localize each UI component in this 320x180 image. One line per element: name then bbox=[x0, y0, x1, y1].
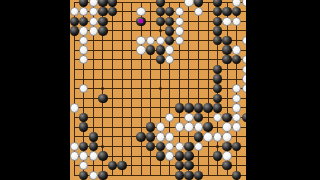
marked-last-move-stone bbox=[136, 17, 145, 26]
white-stone bbox=[79, 7, 88, 16]
black-stone bbox=[203, 122, 212, 131]
star-point bbox=[159, 87, 162, 90]
white-stone bbox=[232, 0, 241, 7]
white-stone bbox=[89, 151, 98, 160]
white-stone bbox=[222, 122, 231, 131]
black-stone bbox=[156, 151, 165, 160]
white-stone bbox=[232, 84, 241, 93]
white-stone bbox=[194, 7, 203, 16]
black-stone bbox=[165, 17, 174, 26]
black-stone bbox=[165, 26, 174, 35]
white-stone bbox=[175, 36, 184, 45]
white-stone bbox=[232, 17, 241, 26]
black-stone bbox=[136, 132, 145, 141]
black-stone bbox=[89, 132, 98, 141]
black-stone bbox=[213, 65, 222, 74]
letterbox-left bbox=[0, 0, 70, 180]
black-stone bbox=[98, 94, 107, 103]
black-stone bbox=[222, 113, 231, 122]
white-stone bbox=[136, 45, 145, 54]
black-stone bbox=[194, 0, 203, 7]
white-stone bbox=[175, 122, 184, 131]
black-stone bbox=[146, 132, 155, 141]
black-stone bbox=[89, 142, 98, 151]
black-stone bbox=[146, 45, 155, 54]
black-stone bbox=[232, 171, 241, 180]
white-stone bbox=[146, 36, 155, 45]
white-stone bbox=[70, 103, 79, 112]
last-move-square-mark bbox=[139, 19, 143, 23]
black-stone bbox=[213, 17, 222, 26]
star-point bbox=[159, 29, 162, 32]
white-stone bbox=[165, 142, 174, 151]
black-stone bbox=[213, 26, 222, 35]
black-stone bbox=[108, 0, 117, 7]
black-stone bbox=[232, 7, 241, 16]
black-stone bbox=[213, 151, 222, 160]
white-stone bbox=[175, 7, 184, 16]
white-stone bbox=[194, 122, 203, 131]
black-stone bbox=[184, 103, 193, 112]
white-stone bbox=[136, 7, 145, 16]
white-stone bbox=[232, 103, 241, 112]
black-stone bbox=[213, 74, 222, 83]
white-stone bbox=[222, 132, 231, 141]
white-stone bbox=[165, 113, 174, 122]
white-stone bbox=[184, 113, 193, 122]
black-stone bbox=[79, 122, 88, 131]
black-stone bbox=[194, 103, 203, 112]
black-stone bbox=[79, 171, 88, 180]
black-stone bbox=[213, 84, 222, 93]
white-stone bbox=[232, 45, 241, 54]
black-stone bbox=[194, 113, 203, 122]
white-stone bbox=[79, 55, 88, 64]
black-stone bbox=[222, 142, 231, 151]
black-stone bbox=[175, 103, 184, 112]
black-stone bbox=[222, 45, 231, 54]
grid-line-horizontal bbox=[74, 165, 246, 166]
black-stone bbox=[156, 142, 165, 151]
white-stone bbox=[232, 122, 241, 131]
white-stone bbox=[79, 151, 88, 160]
white-stone bbox=[175, 26, 184, 35]
black-stone bbox=[213, 94, 222, 103]
black-stone bbox=[213, 36, 222, 45]
black-stone bbox=[98, 26, 107, 35]
white-stone bbox=[89, 0, 98, 7]
white-stone bbox=[79, 161, 88, 170]
black-stone bbox=[156, 17, 165, 26]
white-stone bbox=[89, 7, 98, 16]
black-stone bbox=[117, 161, 126, 170]
star-point bbox=[101, 87, 104, 90]
black-stone bbox=[70, 26, 79, 35]
black-stone bbox=[108, 7, 117, 16]
black-stone bbox=[146, 142, 155, 151]
white-stone bbox=[184, 122, 193, 131]
black-stone bbox=[184, 171, 193, 180]
white-stone bbox=[232, 94, 241, 103]
black-stone bbox=[79, 0, 88, 7]
white-stone bbox=[175, 17, 184, 26]
white-stone bbox=[213, 113, 222, 122]
black-stone bbox=[184, 161, 193, 170]
white-stone bbox=[232, 113, 241, 122]
black-stone bbox=[165, 7, 174, 16]
white-stone bbox=[156, 132, 165, 141]
black-stone bbox=[98, 17, 107, 26]
black-stone bbox=[108, 161, 117, 170]
black-stone bbox=[146, 122, 155, 131]
black-stone bbox=[232, 142, 241, 151]
black-stone bbox=[222, 161, 231, 170]
black-stone bbox=[232, 55, 241, 64]
black-stone bbox=[203, 103, 212, 112]
white-stone bbox=[175, 142, 184, 151]
black-stone bbox=[222, 36, 231, 45]
black-stone bbox=[175, 161, 184, 170]
go-board bbox=[70, 0, 246, 180]
white-stone bbox=[79, 26, 88, 35]
white-stone bbox=[89, 26, 98, 35]
star-point bbox=[101, 145, 104, 148]
black-stone bbox=[98, 171, 107, 180]
black-stone bbox=[222, 55, 231, 64]
white-stone bbox=[89, 171, 98, 180]
black-stone bbox=[98, 0, 107, 7]
white-stone bbox=[184, 0, 193, 7]
black-stone bbox=[184, 151, 193, 160]
white-stone bbox=[156, 36, 165, 45]
black-stone bbox=[156, 0, 165, 7]
black-stone bbox=[175, 151, 184, 160]
white-stone bbox=[222, 17, 231, 26]
black-stone bbox=[165, 36, 174, 45]
white-stone bbox=[165, 45, 174, 54]
white-stone bbox=[79, 84, 88, 93]
black-stone bbox=[79, 113, 88, 122]
white-stone bbox=[165, 55, 174, 64]
white-stone bbox=[70, 7, 79, 16]
black-stone bbox=[156, 55, 165, 64]
black-stone bbox=[79, 142, 88, 151]
white-stone bbox=[70, 142, 79, 151]
white-stone bbox=[194, 142, 203, 151]
white-stone bbox=[136, 36, 145, 45]
black-stone bbox=[213, 7, 222, 16]
white-stone bbox=[70, 151, 79, 160]
star-point bbox=[216, 145, 219, 148]
white-stone bbox=[165, 132, 174, 141]
letterbox-right bbox=[246, 0, 320, 180]
white-stone bbox=[79, 45, 88, 54]
black-stone bbox=[194, 132, 203, 141]
white-stone bbox=[222, 151, 231, 160]
black-stone bbox=[156, 7, 165, 16]
black-stone bbox=[70, 17, 79, 26]
black-stone bbox=[98, 151, 107, 160]
white-stone bbox=[156, 122, 165, 131]
black-stone bbox=[222, 7, 231, 16]
black-stone bbox=[79, 17, 88, 26]
black-stone bbox=[184, 142, 193, 151]
video-thumbnail-frame bbox=[0, 0, 320, 180]
black-stone bbox=[175, 171, 184, 180]
black-stone bbox=[98, 7, 107, 16]
black-stone bbox=[194, 171, 203, 180]
white-stone bbox=[165, 151, 174, 160]
white-stone bbox=[79, 36, 88, 45]
black-stone bbox=[213, 103, 222, 112]
black-stone bbox=[156, 45, 165, 54]
white-stone bbox=[203, 132, 212, 141]
black-stone bbox=[213, 0, 222, 7]
white-stone bbox=[89, 17, 98, 26]
white-stone bbox=[213, 132, 222, 141]
